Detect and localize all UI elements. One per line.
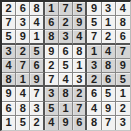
sudoku-cell-r3c2[interactable]: 9 bbox=[16, 30, 30, 44]
sudoku-cell-r1c5[interactable]: 7 bbox=[59, 2, 73, 16]
sudoku-cell-r6c2[interactable]: 1 bbox=[16, 73, 30, 87]
sudoku-cell-r5c6[interactable]: 1 bbox=[73, 59, 87, 73]
sudoku-cell-r6c1[interactable]: 8 bbox=[2, 73, 16, 87]
sudoku-cell-r1c7[interactable]: 9 bbox=[87, 2, 101, 16]
sudoku-cell-r5c3[interactable]: 6 bbox=[30, 59, 44, 73]
sudoku-cell-r6c3[interactable]: 9 bbox=[30, 73, 44, 87]
sudoku-cell-r6c4[interactable]: 7 bbox=[45, 73, 59, 87]
sudoku-cell-r9c4[interactable]: 4 bbox=[45, 116, 59, 130]
sudoku-cell-r8c4[interactable]: 5 bbox=[45, 102, 59, 116]
sudoku-cell-r5c5[interactable]: 5 bbox=[59, 59, 73, 73]
sudoku-cell-r9c2[interactable]: 5 bbox=[16, 116, 30, 130]
sudoku-cell-r4c8[interactable]: 4 bbox=[102, 45, 116, 59]
sudoku-cell-r4c6[interactable]: 8 bbox=[73, 45, 87, 59]
sudoku-cell-r4c4[interactable]: 9 bbox=[45, 45, 59, 59]
sudoku-cell-r7c5[interactable]: 8 bbox=[59, 87, 73, 101]
sudoku-cell-r2c4[interactable]: 6 bbox=[45, 16, 59, 30]
sudoku-cell-r4c5[interactable]: 6 bbox=[59, 45, 73, 59]
sudoku-cell-r4c2[interactable]: 2 bbox=[16, 45, 30, 59]
sudoku-cell-r2c8[interactable]: 1 bbox=[102, 16, 116, 30]
sudoku-cell-r1c8[interactable]: 3 bbox=[102, 2, 116, 16]
sudoku-cell-r5c9[interactable]: 9 bbox=[116, 59, 130, 73]
sudoku-cell-r1c1[interactable]: 2 bbox=[2, 2, 16, 16]
sudoku-cell-r1c4[interactable]: 1 bbox=[45, 2, 59, 16]
sudoku-cell-r5c7[interactable]: 3 bbox=[87, 59, 101, 73]
sudoku-cell-r3c7[interactable]: 7 bbox=[87, 30, 101, 44]
sudoku-cell-r8c6[interactable]: 7 bbox=[73, 102, 87, 116]
sudoku-cell-r1c6[interactable]: 5 bbox=[73, 2, 87, 16]
sudoku-cell-r8c9[interactable]: 2 bbox=[116, 102, 130, 116]
sudoku-cell-r1c2[interactable]: 6 bbox=[16, 2, 30, 16]
sudoku-board: 2681759347346295185918347263259681474762… bbox=[0, 0, 131, 131]
sudoku-cell-r7c9[interactable]: 1 bbox=[116, 87, 130, 101]
sudoku-cell-r8c7[interactable]: 4 bbox=[87, 102, 101, 116]
sudoku-cell-r3c1[interactable]: 5 bbox=[2, 30, 16, 44]
sudoku-cell-r5c1[interactable]: 4 bbox=[2, 59, 16, 73]
sudoku-cell-r1c3[interactable]: 8 bbox=[30, 2, 44, 16]
sudoku-cell-r7c3[interactable]: 7 bbox=[30, 87, 44, 101]
sudoku-cell-r1c9[interactable]: 4 bbox=[116, 2, 130, 16]
sudoku-cell-r9c8[interactable]: 7 bbox=[102, 116, 116, 130]
sudoku-cell-r4c3[interactable]: 5 bbox=[30, 45, 44, 59]
sudoku-cell-r7c6[interactable]: 2 bbox=[73, 87, 87, 101]
sudoku-cell-r8c8[interactable]: 9 bbox=[102, 102, 116, 116]
sudoku-cell-r8c5[interactable]: 1 bbox=[59, 102, 73, 116]
sudoku-cell-r4c7[interactable]: 1 bbox=[87, 45, 101, 59]
sudoku-cell-r3c9[interactable]: 6 bbox=[116, 30, 130, 44]
sudoku-cell-r3c3[interactable]: 1 bbox=[30, 30, 44, 44]
sudoku-cell-r3c4[interactable]: 8 bbox=[45, 30, 59, 44]
sudoku-cell-r2c2[interactable]: 3 bbox=[16, 16, 30, 30]
sudoku-cell-r7c7[interactable]: 6 bbox=[87, 87, 101, 101]
sudoku-cell-r6c9[interactable]: 5 bbox=[116, 73, 130, 87]
sudoku-cell-r2c3[interactable]: 4 bbox=[30, 16, 44, 30]
sudoku-cell-r2c5[interactable]: 2 bbox=[59, 16, 73, 30]
sudoku-cell-r5c2[interactable]: 7 bbox=[16, 59, 30, 73]
sudoku-cell-r9c3[interactable]: 2 bbox=[30, 116, 44, 130]
sudoku-cell-r7c1[interactable]: 9 bbox=[2, 87, 16, 101]
sudoku-cell-r5c4[interactable]: 2 bbox=[45, 59, 59, 73]
sudoku-cell-r2c6[interactable]: 9 bbox=[73, 16, 87, 30]
sudoku-cell-r3c6[interactable]: 4 bbox=[73, 30, 87, 44]
sudoku-cell-r4c1[interactable]: 3 bbox=[2, 45, 16, 59]
sudoku-cell-r6c7[interactable]: 2 bbox=[87, 73, 101, 87]
sudoku-cell-r5c8[interactable]: 8 bbox=[102, 59, 116, 73]
sudoku-cell-r2c7[interactable]: 5 bbox=[87, 16, 101, 30]
sudoku-cell-r8c1[interactable]: 6 bbox=[2, 102, 16, 116]
sudoku-cell-r4c9[interactable]: 7 bbox=[116, 45, 130, 59]
sudoku-cell-r7c4[interactable]: 3 bbox=[45, 87, 59, 101]
sudoku-cell-r6c8[interactable]: 6 bbox=[102, 73, 116, 87]
sudoku-cell-r9c9[interactable]: 3 bbox=[116, 116, 130, 130]
sudoku-cell-r2c9[interactable]: 8 bbox=[116, 16, 130, 30]
sudoku-cell-r6c5[interactable]: 4 bbox=[59, 73, 73, 87]
sudoku-cell-r9c6[interactable]: 6 bbox=[73, 116, 87, 130]
sudoku-cell-r3c5[interactable]: 3 bbox=[59, 30, 73, 44]
sudoku-cell-r7c2[interactable]: 4 bbox=[16, 87, 30, 101]
sudoku-cell-r8c3[interactable]: 3 bbox=[30, 102, 44, 116]
sudoku-cell-r8c2[interactable]: 8 bbox=[16, 102, 30, 116]
sudoku-cell-r6c6[interactable]: 3 bbox=[73, 73, 87, 87]
sudoku-cell-r7c8[interactable]: 5 bbox=[102, 87, 116, 101]
sudoku-cell-r9c5[interactable]: 9 bbox=[59, 116, 73, 130]
sudoku-cell-r2c1[interactable]: 7 bbox=[2, 16, 16, 30]
sudoku-cell-r9c7[interactable]: 8 bbox=[87, 116, 101, 130]
sudoku-cell-r9c1[interactable]: 1 bbox=[2, 116, 16, 130]
sudoku-cell-r3c8[interactable]: 2 bbox=[102, 30, 116, 44]
